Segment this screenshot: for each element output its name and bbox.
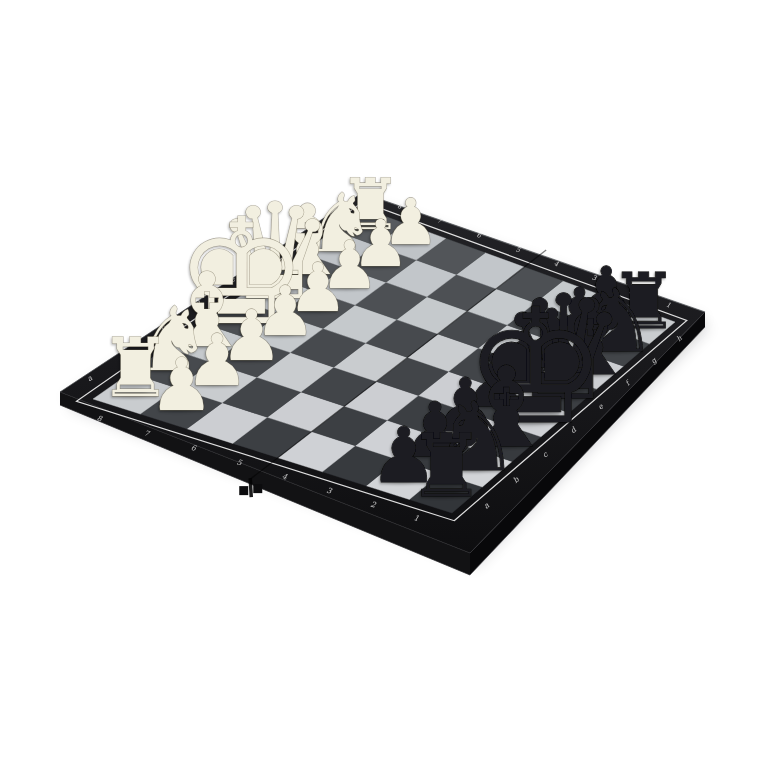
piece-black-rook-a1: ♜: [407, 415, 486, 517]
hinge-tab-2: [253, 484, 262, 493]
hinge-gap-left-edge: [250, 478, 251, 497]
chess-set-product-photo: abcdefghabcdefgh1234567812345678♜♟♞♟♝♟♛♟…: [0, 0, 760, 760]
chess-board: abcdefghabcdefgh1234567812345678♜♟♞♟♝♟♛♟…: [0, 0, 760, 760]
piece-white-pawn-a7: ♟: [149, 342, 214, 427]
hinge-tab-1: [239, 486, 248, 495]
